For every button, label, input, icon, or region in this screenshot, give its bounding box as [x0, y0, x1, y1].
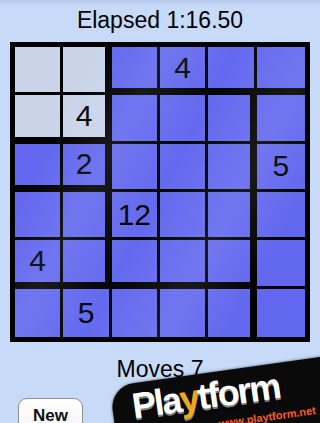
- clue-number: 5: [272, 151, 289, 181]
- board-cell-r6c1[interactable]: [15, 289, 63, 337]
- board-cell-r6c5[interactable]: [208, 289, 256, 337]
- puzzle-board[interactable]: 44251245: [10, 42, 310, 342]
- board-cell-r2c1[interactable]: [15, 95, 63, 143]
- board-cell-r5c5[interactable]: [208, 240, 256, 288]
- board-cell-r2c5[interactable]: [208, 95, 256, 143]
- board-cell-r3c3[interactable]: [112, 144, 160, 192]
- board-cell-r1c3[interactable]: [112, 47, 160, 95]
- restart-button[interactable]: Restart: [118, 398, 196, 423]
- clue-number: 5: [78, 298, 95, 328]
- board-cell-r5c6[interactable]: [257, 240, 305, 288]
- board-cell-r6c4[interactable]: [160, 289, 208, 337]
- board-cell-r5c1[interactable]: 4: [15, 240, 63, 288]
- watermark-url: www.playtform.net: [218, 404, 317, 423]
- board-cell-r4c1[interactable]: [15, 192, 63, 240]
- clue-number: 4: [174, 53, 191, 83]
- board-cell-r1c6[interactable]: [257, 47, 305, 95]
- board-cell-r2c3[interactable]: [112, 95, 160, 143]
- board-cell-r4c6[interactable]: [257, 192, 305, 240]
- board-cell-r1c5[interactable]: [208, 47, 256, 95]
- new-button-label: New: [33, 406, 68, 423]
- board-cell-r3c4[interactable]: [160, 144, 208, 192]
- board-cell-r4c5[interactable]: [208, 192, 256, 240]
- board-cell-r5c2[interactable]: [63, 240, 111, 288]
- board-cell-r1c1[interactable]: [15, 47, 63, 95]
- new-button[interactable]: New: [18, 398, 83, 423]
- board-cell-r2c2[interactable]: 4: [63, 95, 111, 143]
- board-cell-r6c6[interactable]: [257, 289, 305, 337]
- moves-counter: Moves 7: [0, 356, 320, 383]
- board-cell-r5c3[interactable]: [112, 240, 160, 288]
- board-cell-r5c4[interactable]: [160, 240, 208, 288]
- board-cell-r6c3[interactable]: [112, 289, 160, 337]
- restart-button-label: Restart: [128, 406, 187, 423]
- board-cell-r1c2[interactable]: [63, 47, 111, 95]
- board-cell-r3c2[interactable]: 2: [63, 144, 111, 192]
- board-cell-r4c2[interactable]: [63, 192, 111, 240]
- elapsed-timer: Elapsed 1:16.50: [0, 7, 320, 34]
- board-cell-r3c1[interactable]: [15, 144, 63, 192]
- board-cell-r4c4[interactable]: [160, 192, 208, 240]
- clue-number: 12: [118, 200, 151, 230]
- clue-number: 4: [76, 101, 93, 131]
- board-cell-r2c4[interactable]: [160, 95, 208, 143]
- clue-number: 4: [29, 246, 46, 276]
- board-cell-r4c3[interactable]: 12: [112, 192, 160, 240]
- board-cell-r3c6[interactable]: 5: [257, 144, 305, 192]
- board-cell-r1c4[interactable]: 4: [160, 47, 208, 95]
- board-cell-r2c6[interactable]: [257, 95, 305, 143]
- board-cell-r6c2[interactable]: 5: [63, 289, 111, 337]
- board-cell-r3c5[interactable]: [208, 144, 256, 192]
- clue-number: 2: [76, 149, 93, 179]
